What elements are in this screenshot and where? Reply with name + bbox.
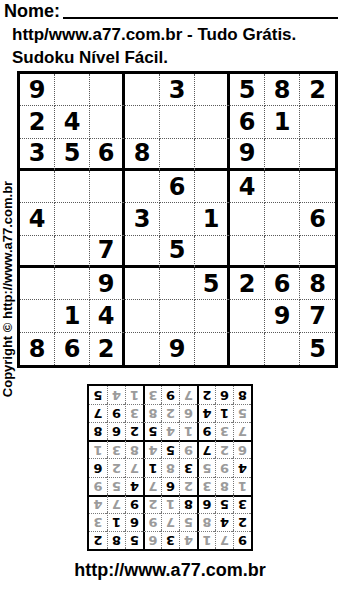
solution-cell-r7c5: 4 <box>161 422 179 440</box>
puzzle-cell-r4c4 <box>125 171 160 203</box>
puzzle-cell-r1c5: 3 <box>160 74 195 106</box>
solution-cell-r8c1: 5 <box>233 404 251 422</box>
puzzle-cell-r1c6 <box>195 74 230 106</box>
puzzle-cell-r5c4: 3 <box>125 203 160 235</box>
solution-cell-r8c2: 1 <box>215 404 233 422</box>
solution-cell-r2c5: 7 <box>161 513 179 531</box>
solution-cell-r8c8: 9 <box>107 404 125 422</box>
puzzle-cell-r9c6 <box>195 333 230 365</box>
solution-cell-r5c5: 8 <box>161 458 179 476</box>
solution-cell-r1c4: 4 <box>179 531 197 549</box>
solution-cell-r5c8: 2 <box>107 458 125 476</box>
puzzle-cell-r9c5: 9 <box>160 333 195 365</box>
puzzle-cell-r3c9 <box>300 139 335 171</box>
puzzle-cell-r9c2: 6 <box>55 333 90 365</box>
puzzle-cell-r8c7 <box>230 300 265 332</box>
puzzle-cell-r4c5: 6 <box>160 171 195 203</box>
solution-cell-r4c3: 3 <box>197 477 215 495</box>
solution-cell-r8c7: 3 <box>125 404 143 422</box>
puzzle-cell-r2c5 <box>160 106 195 138</box>
solution-cell-r9c7: 1 <box>125 386 143 404</box>
solution-cell-r9c2: 6 <box>215 386 233 404</box>
solution-cell-r3c9: 4 <box>89 495 107 513</box>
puzzle-cell-r5c9: 6 <box>300 203 335 235</box>
solution-cell-r5c4: 3 <box>179 458 197 476</box>
solution-cell-r1c8: 8 <box>107 531 125 549</box>
name-row: Nome: <box>4 1 338 21</box>
puzzle-cell-r6c3: 7 <box>90 236 125 268</box>
puzzle-cell-r5c2 <box>55 203 90 235</box>
puzzle-cell-r4c7: 4 <box>230 171 265 203</box>
name-underline <box>63 15 338 19</box>
solution-cell-r2c9: 3 <box>89 513 107 531</box>
solution-cell-r8c5: 2 <box>161 404 179 422</box>
puzzle-cell-r8c1 <box>20 300 55 332</box>
puzzle-cell-r8c9: 7 <box>300 300 335 332</box>
puzzle-cell-r7c6: 5 <box>195 268 230 300</box>
puzzle-cell-r2c2: 4 <box>55 106 90 138</box>
solution-cell-r5c7: 7 <box>125 458 143 476</box>
puzzle-cell-r8c8: 9 <box>265 300 300 332</box>
puzzle-cell-r1c7: 5 <box>230 74 265 106</box>
solution-cell-r9c8: 4 <box>107 386 125 404</box>
puzzle-cell-r3c6 <box>195 139 230 171</box>
footer-url: http://www.a77.com.br <box>0 560 340 581</box>
solution-cell-r6c4: 9 <box>179 440 197 458</box>
sudoku-solution-grid: 9714365822485796133568129741832674594953… <box>87 384 253 551</box>
solution-cell-r6c8: 3 <box>107 440 125 458</box>
puzzle-cell-r4c3 <box>90 171 125 203</box>
solution-cell-r1c3: 1 <box>197 531 215 549</box>
solution-cell-r1c6: 6 <box>143 531 161 549</box>
puzzle-cell-r5c1: 4 <box>20 203 55 235</box>
puzzle-cell-r8c2: 1 <box>55 300 90 332</box>
solution-cell-r2c1: 2 <box>233 513 251 531</box>
solution-cell-r4c7: 4 <box>125 477 143 495</box>
puzzle-cell-r6c7 <box>230 236 265 268</box>
puzzle-cell-r7c8: 6 <box>265 268 300 300</box>
puzzle-cell-r7c3: 9 <box>90 268 125 300</box>
puzzle-cell-r9c8 <box>265 333 300 365</box>
puzzle-cell-r6c6 <box>195 236 230 268</box>
puzzle-cell-r6c9 <box>300 236 335 268</box>
solution-cell-r5c3: 5 <box>197 458 215 476</box>
solution-cell-r9c4: 7 <box>179 386 197 404</box>
solution-cell-r7c4: 1 <box>179 422 197 440</box>
puzzle-cell-r4c8 <box>265 171 300 203</box>
solution-cell-r7c2: 3 <box>215 422 233 440</box>
solution-cell-r5c2: 9 <box>215 458 233 476</box>
puzzle-cell-r3c7: 9 <box>230 139 265 171</box>
puzzle-cell-r4c9 <box>300 171 335 203</box>
puzzle-cell-r3c5 <box>160 139 195 171</box>
puzzle-cell-r5c3 <box>90 203 125 235</box>
solution-cell-r2c3: 8 <box>197 513 215 531</box>
puzzle-cell-r3c3: 6 <box>90 139 125 171</box>
solution-cell-r1c2: 7 <box>215 531 233 549</box>
solution-cell-r9c9: 5 <box>89 386 107 404</box>
name-label: Nome: <box>4 1 60 21</box>
puzzle-cell-r1c9: 2 <box>300 74 335 106</box>
solution-cell-r2c6: 9 <box>143 513 161 531</box>
solution-cell-r5c6: 1 <box>143 458 161 476</box>
solution-cell-r8c4: 6 <box>179 404 197 422</box>
solution-cell-r4c4: 2 <box>179 477 197 495</box>
puzzle-cell-r9c3: 2 <box>90 333 125 365</box>
solution-cell-r8c9: 7 <box>89 404 107 422</box>
solution-cell-r3c6: 2 <box>143 495 161 513</box>
puzzle-cell-r8c3: 4 <box>90 300 125 332</box>
puzzle-cell-r2c6 <box>195 106 230 138</box>
puzzle-cell-r6c2 <box>55 236 90 268</box>
solution-cell-r6c7: 8 <box>125 440 143 458</box>
solution-cell-r3c7: 9 <box>125 495 143 513</box>
puzzle-cell-r7c1 <box>20 268 55 300</box>
solution-cell-r9c6: 3 <box>143 386 161 404</box>
puzzle-cell-r2c7: 6 <box>230 106 265 138</box>
solution-cell-r7c9: 8 <box>89 422 107 440</box>
solution-cell-r6c9: 1 <box>89 440 107 458</box>
solution-cell-r5c1: 4 <box>233 458 251 476</box>
solution-cell-r3c2: 5 <box>215 495 233 513</box>
puzzle-cell-r7c9: 8 <box>300 268 335 300</box>
solution-cell-r4c1: 1 <box>233 477 251 495</box>
solution-cell-r5c9: 6 <box>89 458 107 476</box>
puzzle-cell-r2c1: 2 <box>20 106 55 138</box>
solution-cell-r3c5: 1 <box>161 495 179 513</box>
sudoku-puzzle-grid: 935822461356896443167595268149786295 <box>17 71 338 368</box>
puzzle-cell-r9c1: 8 <box>20 333 55 365</box>
puzzle-cell-r5c8 <box>265 203 300 235</box>
solution-cell-r4c6: 7 <box>143 477 161 495</box>
solution-cell-r9c3: 2 <box>197 386 215 404</box>
puzzle-cell-r6c8 <box>265 236 300 268</box>
puzzle-cell-r9c7 <box>230 333 265 365</box>
solution-cell-r4c9: 9 <box>89 477 107 495</box>
solution-cell-r3c8: 7 <box>107 495 125 513</box>
solution-cell-r3c3: 6 <box>197 495 215 513</box>
puzzle-cell-r1c3 <box>90 74 125 106</box>
puzzle-cell-r2c9 <box>300 106 335 138</box>
solution-cell-r2c8: 1 <box>107 513 125 531</box>
puzzle-cell-r1c1: 9 <box>20 74 55 106</box>
puzzle-cell-r2c8: 1 <box>265 106 300 138</box>
solution-cell-r2c4: 5 <box>179 513 197 531</box>
puzzle-cell-r3c8 <box>265 139 300 171</box>
solution-cell-r7c8: 6 <box>107 422 125 440</box>
difficulty-title: Sudoku Nível Fácil. <box>12 48 168 68</box>
puzzle-cell-r8c5 <box>160 300 195 332</box>
puzzle-cell-r5c7 <box>230 203 265 235</box>
puzzle-cell-r8c6 <box>195 300 230 332</box>
puzzle-cell-r6c4 <box>125 236 160 268</box>
worksheet-page: Nome: http/www.a77.com.br - Tudo Grátis.… <box>0 0 340 596</box>
solution-cell-r6c5: 5 <box>161 440 179 458</box>
puzzle-cell-r9c9: 5 <box>300 333 335 365</box>
puzzle-cell-r5c5 <box>160 203 195 235</box>
solution-cell-r7c3: 9 <box>197 422 215 440</box>
solution-cell-r6c1: 6 <box>233 440 251 458</box>
puzzle-cell-r8c4 <box>125 300 160 332</box>
solution-cell-r8c6: 8 <box>143 404 161 422</box>
solution-cell-r2c2: 4 <box>215 513 233 531</box>
puzzle-cell-r7c2 <box>55 268 90 300</box>
solution-cell-r7c6: 5 <box>143 422 161 440</box>
puzzle-cell-r4c2 <box>55 171 90 203</box>
puzzle-cell-r3c2: 5 <box>55 139 90 171</box>
puzzle-cell-r6c1 <box>20 236 55 268</box>
puzzle-cell-r9c4 <box>125 333 160 365</box>
solution-cell-r3c1: 3 <box>233 495 251 513</box>
puzzle-cell-r3c1: 3 <box>20 139 55 171</box>
puzzle-cell-r4c1 <box>20 171 55 203</box>
solution-cell-r1c9: 2 <box>89 531 107 549</box>
solution-cell-r7c1: 7 <box>233 422 251 440</box>
puzzle-cell-r6c5: 5 <box>160 236 195 268</box>
solution-cell-r2c7: 6 <box>125 513 143 531</box>
puzzle-cell-r5c6: 1 <box>195 203 230 235</box>
solution-cell-r6c6: 4 <box>143 440 161 458</box>
puzzle-cell-r2c4 <box>125 106 160 138</box>
solution-cell-r9c1: 8 <box>233 386 251 404</box>
solution-cell-r4c2: 8 <box>215 477 233 495</box>
site-title: http/www.a77.com.br - Tudo Grátis. <box>12 25 296 45</box>
solution-cell-r1c1: 9 <box>233 531 251 549</box>
solution-cell-r4c8: 5 <box>107 477 125 495</box>
puzzle-cell-r4c6 <box>195 171 230 203</box>
puzzle-cell-r1c8: 8 <box>265 74 300 106</box>
puzzle-cell-r2c3 <box>90 106 125 138</box>
solution-cell-r4c5: 6 <box>161 477 179 495</box>
solution-cell-r8c3: 4 <box>197 404 215 422</box>
solution-cell-r9c5: 9 <box>161 386 179 404</box>
solution-cell-r3c4: 8 <box>179 495 197 513</box>
puzzle-cell-r1c2 <box>55 74 90 106</box>
solution-cell-r1c5: 3 <box>161 531 179 549</box>
copyright-vertical-text: Copyright © http://www.a77.com.br <box>0 144 16 434</box>
solution-cell-r1c7: 5 <box>125 531 143 549</box>
puzzle-cell-r7c7: 2 <box>230 268 265 300</box>
solution-cell-r6c2: 2 <box>215 440 233 458</box>
puzzle-cell-r7c4 <box>125 268 160 300</box>
solution-cell-r6c3: 7 <box>197 440 215 458</box>
puzzle-cell-r7c5 <box>160 268 195 300</box>
puzzle-cell-r3c4: 8 <box>125 139 160 171</box>
solution-cell-r7c7: 2 <box>125 422 143 440</box>
puzzle-cell-r1c4 <box>125 74 160 106</box>
